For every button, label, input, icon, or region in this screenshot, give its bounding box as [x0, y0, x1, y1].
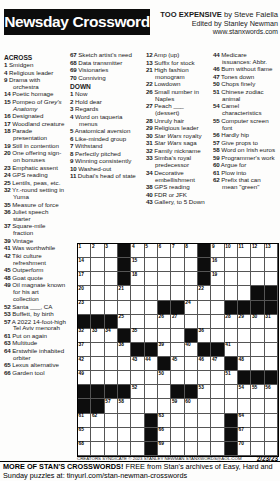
grid-cell-r8c7[interactable]: 39 — [158, 343, 171, 357]
grid-cell-r11c11[interactable] — [211, 385, 224, 399]
clue-51-down: 51 Chinese zodiac animal — [213, 89, 277, 103]
grid-cell-r12c7[interactable] — [158, 399, 171, 413]
grid-cell-r3c15[interactable] — [265, 272, 278, 286]
grid-cell-r6c11[interactable] — [211, 315, 224, 329]
black-cell-r7c9 — [185, 329, 198, 343]
cell-number-61: 61 — [79, 413, 84, 419]
grid-cell-r12c6[interactable] — [145, 399, 158, 413]
cell-number-45: 45 — [172, 357, 177, 363]
grid-cell-r3c14[interactable] — [251, 272, 264, 286]
cell-number-49: 49 — [79, 371, 84, 377]
grid-cell-r3c7[interactable] — [158, 272, 171, 286]
black-cell-r6c3 — [105, 315, 118, 329]
clue-column-2: 67 Sketch artist's need68 Data transmitt… — [70, 52, 141, 181]
clue-67-across: 67 Sketch artist's need — [70, 52, 141, 59]
grid-cell-r3c8[interactable] — [171, 272, 184, 286]
grid-cell-r6c4[interactable]: 25 — [118, 315, 131, 329]
clue-column-1: ACROSS1 Smidgen4 Religious leader9 Drama… — [4, 52, 66, 377]
grid-cell-r14c15[interactable] — [265, 428, 278, 442]
grid-cell-r14c14[interactable] — [251, 428, 264, 442]
grid-cell-r8c1[interactable]: 37 — [78, 343, 91, 357]
clue-18-across: 18 Parade presentation — [4, 128, 66, 142]
cell-number-42: 42 — [79, 357, 84, 363]
grid-cell-r14c3[interactable] — [105, 428, 118, 442]
grid-cell-r14c7[interactable]: 66 — [158, 428, 171, 442]
grid-cell-r12c12[interactable] — [225, 399, 238, 413]
grid-cell-r14c9[interactable] — [185, 428, 198, 442]
grid-cell-r13c8[interactable] — [171, 414, 184, 428]
cell-number-60: 60 — [185, 399, 190, 405]
grid-cell-r9c8[interactable]: 45 — [171, 357, 184, 371]
grid-cell-r7c2[interactable]: 33 — [91, 329, 104, 343]
cell-number-69: 69 — [159, 441, 164, 447]
cell-number-2: 2 — [92, 244, 95, 250]
grid-cell-r7c13[interactable] — [238, 329, 251, 343]
grid-cell-r10c7[interactable]: 50 — [158, 371, 171, 385]
grid-cell-r14c10[interactable] — [198, 428, 211, 442]
grid-cell-r6c5[interactable] — [131, 315, 144, 329]
grid-cell-r2c1[interactable]: 14 — [78, 258, 91, 272]
grid-cell-r3c13[interactable] — [238, 272, 251, 286]
grid-cell-r11c12[interactable] — [225, 385, 238, 399]
grid-cell-r4c2[interactable] — [91, 286, 104, 300]
black-cell-r5c8 — [171, 301, 184, 315]
grid-cell-r15c4[interactable] — [118, 442, 131, 456]
grid-cell-r15c3[interactable] — [105, 442, 118, 456]
grid-cell-r4c10[interactable]: 22 — [198, 286, 211, 300]
grid-cell-r4c1[interactable]: 20 — [78, 286, 91, 300]
grid-cell-r11c7[interactable] — [158, 385, 171, 399]
clue-36-across: 36 Juliet speech starter — [4, 209, 66, 223]
cell-number-38: 38 — [119, 342, 124, 348]
grid-cell-r7c11[interactable] — [211, 329, 224, 343]
clue-56-down: 56 Hardly hip — [213, 132, 277, 139]
cell-number-65: 65 — [79, 427, 84, 433]
black-cell-r13c6 — [145, 414, 158, 428]
cell-number-26: 26 — [159, 314, 164, 320]
grid-cell-r1c1[interactable]: 1 — [78, 244, 91, 258]
grid-cell-r7c5[interactable]: 35 — [131, 329, 144, 343]
grid-cell-r12c11[interactable] — [211, 399, 224, 413]
cell-number-33: 33 — [92, 328, 97, 334]
grid-cell-r13c9[interactable] — [185, 414, 198, 428]
clue-58-down: 58 Word on Irish euros — [213, 147, 277, 154]
grid-cell-r13c2[interactable]: 62 — [91, 414, 104, 428]
black-cell-r14c6 — [145, 428, 158, 442]
grid-cell-r1c6[interactable]: 5 — [145, 244, 158, 258]
black-cell-r12c1 — [78, 399, 91, 413]
grid-cell-r2c14[interactable] — [251, 258, 264, 272]
black-cell-r5c7 — [158, 301, 171, 315]
grid-cell-r3c11[interactable]: 19 — [211, 272, 224, 286]
clue-20-across: 20 One offering sign-on bonuses — [4, 150, 66, 164]
grid-cell-r12c14[interactable] — [251, 399, 264, 413]
black-cell-r14c12 — [225, 428, 238, 442]
grid-cell-r2c11[interactable]: 16 — [211, 258, 224, 272]
clue-42-across: 42 Tiki culture refreshment — [4, 253, 66, 267]
grid-cell-r8c15[interactable] — [265, 343, 278, 357]
grid-cell-r13c10[interactable] — [198, 414, 211, 428]
cell-number-16: 16 — [212, 258, 217, 264]
clue-11-down: 11 Dubai's head of state — [70, 173, 141, 180]
grid-cell-r4c4[interactable]: 21 — [118, 286, 131, 300]
grid-cell-r2c7[interactable] — [158, 258, 171, 272]
grid-cell-r8c12[interactable]: 41 — [225, 343, 238, 357]
grid-cell-r12c13[interactable] — [238, 399, 251, 413]
grid-cell-r9c9[interactable] — [185, 357, 198, 371]
black-cell-r11c1 — [78, 385, 91, 399]
black-cell-r3c10 — [198, 272, 211, 286]
grid-cell-r8c3[interactable] — [105, 343, 118, 357]
black-cell-r9c12 — [225, 357, 238, 371]
clue-21-down: 21 High fashion monogram — [146, 67, 209, 81]
grid-cell-r15c5[interactable] — [131, 442, 144, 456]
grid-cell-r9c13[interactable]: 48 — [238, 357, 251, 371]
grid-cell-r3c3[interactable] — [105, 272, 118, 286]
grid-cell-r6c9[interactable] — [185, 315, 198, 329]
grid-cell-r9c15[interactable] — [265, 357, 278, 371]
grid-cell-r14c13[interactable]: 67 — [238, 428, 251, 442]
grid-cell-r5c9[interactable]: 24 — [185, 301, 198, 315]
clue-column-3: 12 Amp (up)13 Suffix for stock21 High fa… — [146, 52, 209, 207]
black-cell-r8c11 — [211, 343, 224, 357]
cell-number-5: 5 — [145, 244, 148, 250]
clue-33-down: 33 Simba's royal predecessor — [146, 155, 209, 169]
grid-cell-r1c3[interactable]: 3 — [105, 244, 118, 258]
grid-cell-r1c2[interactable]: 2 — [91, 244, 104, 258]
grid-cell-r13c1[interactable]: 61 — [78, 414, 91, 428]
grid-cell-r10c12[interactable]: 51 — [225, 371, 238, 385]
grid-cell-r15c14[interactable] — [251, 442, 264, 456]
cell-number-31: 31 — [265, 314, 270, 320]
cell-number-50: 50 — [159, 371, 164, 377]
grid-cell-r1c15[interactable]: 13 — [265, 244, 278, 258]
puzzle-editor: Edited by Stanley Newman — [152, 20, 278, 29]
cell-number-54: 54 — [239, 385, 244, 391]
black-cell-r11c3 — [105, 385, 118, 399]
grid-cell-r4c13[interactable] — [238, 286, 251, 300]
grid-cell-r2c2[interactable] — [91, 258, 104, 272]
cell-number-10: 10 — [225, 244, 230, 250]
newsday-logo: Newsday Crossword — [4, 9, 150, 35]
grid-cell-r4c9[interactable] — [185, 286, 198, 300]
grid-cell-r10c9[interactable] — [185, 371, 198, 385]
grid-cell-r6c15[interactable]: 31 — [265, 315, 278, 329]
grid-cell-r6c10[interactable] — [198, 315, 211, 329]
grid-cell-r12c15[interactable] — [265, 399, 278, 413]
cell-number-15: 15 — [132, 258, 137, 264]
clue-24-across: 24 GPS reading — [4, 172, 66, 179]
cell-number-58: 58 — [119, 399, 124, 405]
grid-cell-r2c12[interactable] — [225, 258, 238, 272]
grid-cell-r1c12[interactable]: 10 — [225, 244, 238, 258]
page-title: Newsday Crossword — [4, 13, 150, 30]
black-cell-r6c2 — [91, 315, 104, 329]
grid-cell-r11c10[interactable]: 53 — [198, 385, 211, 399]
grid-cell-r1c14[interactable]: 12 — [251, 244, 264, 258]
grid-cell-r11c13[interactable]: 54 — [238, 385, 251, 399]
grid-cell-r6c14[interactable]: 30 — [251, 315, 264, 329]
grid-cell-r5c10[interactable] — [198, 301, 211, 315]
clue-12-down: 12 Amp (up) — [146, 52, 209, 59]
clue-60-down: 60 Argue for — [213, 162, 277, 169]
grid-cell-r3c1[interactable]: 17 — [78, 272, 91, 286]
grid-cell-r5c5[interactable] — [131, 301, 144, 315]
cell-number-14: 14 — [79, 258, 84, 264]
grid-cell-r11c14[interactable]: 55 — [251, 385, 264, 399]
grid-cell-r3c5[interactable]: 18 — [131, 272, 144, 286]
black-cell-r5c12 — [225, 301, 238, 315]
grid-cell-r6c8[interactable]: 27 — [171, 315, 184, 329]
cell-number-44: 44 — [145, 357, 150, 363]
cell-number-57: 57 — [105, 399, 110, 405]
cell-number-12: 12 — [252, 244, 257, 250]
grid-cell-r13c4[interactable] — [118, 414, 131, 428]
cell-number-35: 35 — [132, 328, 137, 334]
cell-number-32: 32 — [79, 328, 84, 334]
grid-cell-r5c1[interactable]: 23 — [78, 301, 91, 315]
grid-cell-r14c5[interactable] — [131, 428, 144, 442]
grid-cell-r15c8[interactable] — [171, 442, 184, 456]
cell-number-52: 52 — [132, 385, 137, 391]
grid-cell-r5c2[interactable] — [91, 301, 104, 315]
black-cell-r2c10 — [198, 258, 211, 272]
grid-cell-r2c9[interactable] — [185, 258, 198, 272]
grid-cell-r10c1[interactable]: 49 — [78, 371, 91, 385]
grid-cell-r13c14[interactable] — [251, 414, 264, 428]
grid-cell-r1c9[interactable]: 8 — [185, 244, 198, 258]
grid-cell-r13c13[interactable]: 64 — [238, 414, 251, 428]
clue-54-down: 54 Camel characteristics — [213, 103, 277, 117]
grid-cell-r9c4[interactable] — [118, 357, 131, 371]
grid-cell-r11c15[interactable]: 56 — [265, 385, 278, 399]
grid-cell-r9c2[interactable] — [91, 357, 104, 371]
crossword-page: Newsday Crossword TOO EXPENSIVE by Steve… — [0, 0, 280, 481]
grid-cell-r11c5[interactable]: 52 — [131, 385, 144, 399]
grid-cell-r12c4[interactable]: 58 — [118, 399, 131, 413]
clue-53-across: 53 Buffett, by birth — [4, 311, 66, 318]
black-cell-r4c14 — [251, 286, 264, 300]
grid-cell-r2c15[interactable] — [265, 258, 278, 272]
grid-cell-r4c5[interactable] — [131, 286, 144, 300]
footer-promo: MORE OF STAN'S CROSSWORDS! FREE from Sta… — [3, 463, 278, 480]
black-cell-r8c10 — [198, 343, 211, 357]
grid-cell-r6c12[interactable]: 28 — [225, 315, 238, 329]
cell-number-8: 8 — [185, 244, 188, 250]
grid-cell-r7c8[interactable] — [171, 329, 184, 343]
grid-cell-r10c4[interactable] — [118, 371, 131, 385]
grid-cell-r1c7[interactable]: 6 — [158, 244, 171, 258]
clue-55-down: 55 Computer screen font — [213, 118, 277, 132]
grid-cell-r2c6[interactable] — [145, 258, 158, 272]
clue-69-across: 69 Visionaries — [70, 67, 141, 74]
black-cell-r10c14 — [251, 371, 264, 385]
grid-cell-r8c13[interactable] — [238, 343, 251, 357]
clue-64-across: 64 Erstwhile inhabited orbiter — [4, 348, 66, 362]
cell-number-22: 22 — [199, 286, 204, 292]
grid-cell-r4c12[interactable] — [225, 286, 238, 300]
grid-cell-r6c13[interactable]: 29 — [238, 315, 251, 329]
grid-cell-r10c3[interactable] — [105, 371, 118, 385]
black-cell-r11c4 — [118, 385, 131, 399]
grid-cell-r9c14[interactable] — [251, 357, 264, 371]
grid-cell-r9c3[interactable] — [105, 357, 118, 371]
cell-number-25: 25 — [119, 314, 124, 320]
grid-cell-r9c5[interactable]: 43 — [131, 357, 144, 371]
grid-cell-r8c9[interactable]: 40 — [185, 343, 198, 357]
puzzle-website[interactable]: www.stanxwords.com — [152, 28, 278, 37]
cell-number-55: 55 — [252, 385, 257, 391]
grid-cell-r13c5[interactable] — [131, 414, 144, 428]
cell-number-36: 36 — [199, 328, 204, 334]
clue-66-across: 66 Garden tool — [4, 370, 66, 377]
grid-cell-r14c4[interactable] — [118, 428, 131, 442]
clue-9-across: 9 Drama with orchestra — [4, 77, 66, 91]
grid-cell-r13c7[interactable]: 63 — [158, 414, 171, 428]
cell-number-28: 28 — [225, 314, 230, 320]
grid-cell-r7c7[interactable] — [158, 329, 171, 343]
puzzle-header: TOO EXPENSIVE by Steve Faiella Edited by… — [152, 11, 278, 37]
grid-cell-r8c8[interactable] — [171, 343, 184, 357]
grid-cell-r3c12[interactable] — [225, 272, 238, 286]
grid-cell-r7c6[interactable] — [145, 329, 158, 343]
clue-1-across: 1 Smidgen — [4, 62, 66, 69]
grid-cell-r2c8[interactable] — [171, 258, 184, 272]
black-cell-r15c12 — [225, 442, 238, 456]
clue-32-across: 32 Yr.-round setting in Yuma — [4, 187, 66, 201]
black-cell-r1c10 — [198, 244, 211, 258]
grid-cell-r2c3[interactable] — [105, 258, 118, 272]
cell-number-47: 47 — [212, 357, 217, 363]
grid-cell-r5c4[interactable] — [118, 301, 131, 315]
grid-cell-r5c11[interactable] — [211, 301, 224, 315]
grid-cell-r9c11[interactable]: 47 — [211, 357, 224, 371]
grid-cell-r10c8[interactable] — [171, 371, 184, 385]
clue-43-down: 43 Gallery, to 5 Down — [146, 199, 209, 206]
grid-cell-r3c2[interactable] — [91, 272, 104, 286]
grid-cell-r4c8[interactable] — [171, 286, 184, 300]
grid-cell-r12c3[interactable]: 57 — [105, 399, 118, 413]
cell-number-64: 64 — [239, 413, 244, 419]
grid-cell-r5c3[interactable] — [105, 301, 118, 315]
grid-cell-r14c1[interactable]: 65 — [78, 428, 91, 442]
cell-number-21: 21 — [119, 286, 124, 292]
cell-number-4: 4 — [132, 244, 135, 250]
grid-cell-r10c6[interactable] — [145, 371, 158, 385]
black-cell-r9c7 — [158, 357, 171, 371]
cell-number-24: 24 — [185, 300, 190, 306]
clue-62-down: 62 Prefix that can mean "green" — [213, 177, 277, 191]
grid-cell-r4c6[interactable] — [145, 286, 158, 300]
black-cell-r5c14 — [251, 301, 264, 315]
cell-number-48: 48 — [239, 357, 244, 363]
grid-cell-r8c2[interactable] — [91, 343, 104, 357]
grid-cell-r5c6[interactable] — [145, 301, 158, 315]
grid-cell-r2c13[interactable] — [238, 258, 251, 272]
grid-cell-r6c6[interactable] — [145, 315, 158, 329]
grid-cell-r8c14[interactable] — [251, 343, 264, 357]
grid-cell-r1c11[interactable]: 9 — [211, 244, 224, 258]
black-cell-r10c13 — [238, 371, 251, 385]
grid-cell-r12c10[interactable] — [198, 399, 211, 413]
grid-cell-r15c2[interactable] — [91, 442, 104, 456]
grid-cell-r14c11[interactable] — [211, 428, 224, 442]
grid-cell-r1c13[interactable]: 11 — [238, 244, 251, 258]
grid-cell-r9c6[interactable]: 44 — [145, 357, 158, 371]
grid-cell-r10c2[interactable] — [91, 371, 104, 385]
grid-cell-r7c15[interactable] — [265, 329, 278, 343]
grid-cell-r7c14[interactable] — [251, 329, 264, 343]
grid-cell-r13c11[interactable] — [211, 414, 224, 428]
cell-number-34: 34 — [105, 328, 110, 334]
puzzle-byline: by Steve Faiella — [224, 10, 278, 19]
grid-cell-r9c10[interactable]: 46 — [198, 357, 211, 371]
black-cell-r11c8 — [171, 385, 184, 399]
black-cell-r5c15 — [265, 301, 278, 315]
grid-cell-r4c11[interactable] — [211, 286, 224, 300]
cell-number-53: 53 — [199, 385, 204, 391]
grid-cell-r6c7[interactable]: 26 — [158, 315, 171, 329]
grid-cell-r7c3[interactable]: 34 — [105, 329, 118, 343]
cell-number-40: 40 — [185, 342, 190, 348]
grid-cell-r12c8[interactable]: 59 — [171, 399, 184, 413]
grid-cell-r13c15[interactable] — [265, 414, 278, 428]
black-cell-r12c2 — [91, 399, 104, 413]
grid-cell-r4c7[interactable] — [158, 286, 171, 300]
black-cell-r7c4 — [118, 329, 131, 343]
cell-number-17: 17 — [79, 272, 84, 278]
clue-49-across: 49 Oil magnate known for his art collect… — [4, 282, 66, 303]
grid-cell-r2c5[interactable]: 15 — [131, 258, 144, 272]
cell-number-19: 19 — [212, 272, 217, 278]
grid-cell-r13c3[interactable] — [105, 414, 118, 428]
grid-cell-r10c11[interactable] — [211, 371, 224, 385]
grid-cell-r11c6[interactable] — [145, 385, 158, 399]
grid-cell-r3c6[interactable] — [145, 272, 158, 286]
cell-number-6: 6 — [159, 244, 162, 250]
grid-cell-r15c9[interactable] — [185, 442, 198, 456]
grid-cell-r12c9[interactable]: 60 — [185, 399, 198, 413]
grid-cell-r7c1[interactable]: 32 — [78, 329, 91, 343]
grid-cell-r15c10[interactable] — [198, 442, 211, 456]
grid-cell-r12c5[interactable] — [131, 399, 144, 413]
grid-cell-r15c15[interactable] — [265, 442, 278, 456]
grid-cell-r1c8[interactable]: 7 — [171, 244, 184, 258]
grid-cell-r9c1[interactable]: 42 — [78, 357, 91, 371]
grid-cell-r15c11[interactable] — [211, 442, 224, 456]
clue-37-across: 37 Square-mile fraction — [4, 223, 66, 237]
black-cell-r3c4 — [118, 272, 131, 286]
cell-number-70: 70 — [239, 441, 244, 447]
grid-cell-r1c5[interactable]: 4 — [131, 244, 144, 258]
grid-cell-r4c3[interactable] — [105, 286, 118, 300]
clue-38-down: 38 GPS reading — [146, 184, 209, 191]
grid-cell-r8c4[interactable]: 38 — [118, 343, 131, 357]
grid-cell-r14c2[interactable] — [91, 428, 104, 442]
grid-cell-r7c12[interactable] — [225, 329, 238, 343]
crossword-grid: 1234567891011121314151617181920212223242… — [77, 243, 279, 457]
grid-cell-r15c7[interactable]: 69 — [158, 442, 171, 456]
clue-26-down: 26 Small number in Naples — [146, 89, 209, 103]
cell-number-68: 68 — [79, 441, 84, 447]
grid-cell-r15c13[interactable]: 70 — [238, 442, 251, 456]
grid-cell-r3c9[interactable] — [185, 272, 198, 286]
grid-cell-r10c10[interactable] — [198, 371, 211, 385]
grid-cell-r10c5[interactable] — [131, 371, 144, 385]
grid-cell-r15c1[interactable]: 68 — [78, 442, 91, 456]
grid-cell-r7c10[interactable]: 36 — [198, 329, 211, 343]
grid-cell-r14c8[interactable] — [171, 428, 184, 442]
